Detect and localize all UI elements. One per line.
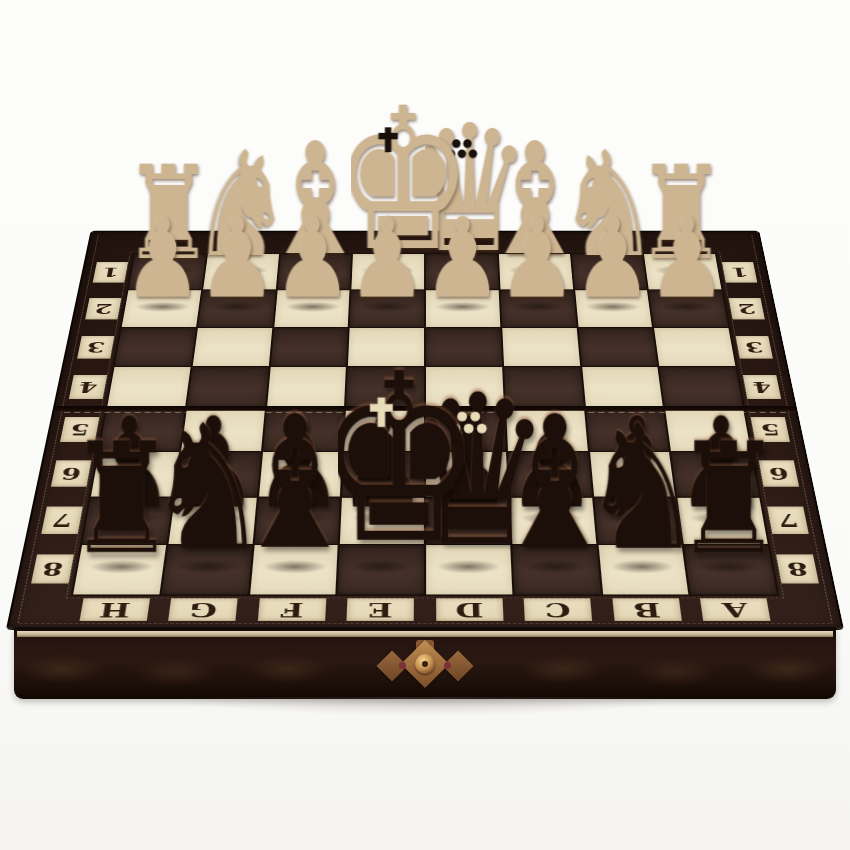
- square-h8: [73, 545, 166, 594]
- square-c8: [512, 545, 600, 594]
- square-f4: [267, 367, 347, 407]
- piece-shadow: [644, 264, 720, 278]
- piece-white-bishop-f1: ♝: [278, 60, 352, 272]
- square-c4: [504, 367, 584, 407]
- clasp-left-accent: [399, 662, 406, 669]
- clasp-right-accent: [444, 662, 451, 669]
- piece-black-rook-a8: ♜: [685, 318, 772, 569]
- piece-shadow: [425, 509, 510, 527]
- rank-label-right-7: 7: [767, 506, 809, 534]
- queen-glyph: ♛: [406, 102, 517, 277]
- square-h5: [99, 409, 184, 451]
- piece-shadow: [498, 264, 573, 278]
- square-c7: [510, 497, 596, 544]
- frame-inner-dashed-line: [66, 252, 785, 599]
- square-d4: [426, 367, 504, 407]
- square-a3: [654, 328, 735, 366]
- pawn-glyph: ♟: [150, 401, 278, 526]
- finial-ball: [469, 149, 477, 157]
- file-label-B: B: [612, 598, 681, 620]
- finial-ball: [446, 149, 454, 157]
- piece-black-pawn-b7: ♟: [594, 275, 679, 520]
- file-label-C: C: [524, 598, 592, 620]
- finial-row: [457, 412, 480, 422]
- piece-shadow: [509, 509, 595, 527]
- piece-shadow: [511, 557, 600, 576]
- finial-row: [452, 139, 471, 147]
- knight-glyph: ♞: [577, 404, 708, 576]
- rank-label-right-6: 6: [759, 461, 799, 487]
- piece-shadow: [85, 509, 173, 527]
- pawn-glyph: ♟: [65, 401, 193, 526]
- piece-white-queen-d1: ♛: [425, 60, 499, 272]
- square-e7: [340, 497, 424, 544]
- finial-row: [446, 149, 476, 157]
- piece-white-king-e1: ♚: [351, 60, 425, 272]
- square-g1: [203, 254, 279, 289]
- square-h2: [122, 290, 201, 327]
- piece-shadow: [338, 557, 426, 576]
- cross-shape: [378, 398, 386, 427]
- dark-cross-finial-icon: [385, 127, 391, 152]
- ground-shadow: [70, 697, 780, 723]
- square-d2: [426, 290, 500, 327]
- piece-black-bishop-c8: ♝: [512, 318, 599, 569]
- square-h1: [129, 254, 206, 289]
- piece-shadow: [204, 264, 279, 278]
- square-a5: [665, 409, 750, 451]
- king-glyph: ♚: [316, 344, 447, 576]
- rank-label-left-5: 5: [60, 417, 99, 442]
- king-glyph: ♚: [333, 82, 444, 278]
- piece-white-rook-h1: ♜: [131, 60, 205, 272]
- square-b6: [590, 452, 676, 496]
- rank-label-right-8: 8: [776, 555, 819, 584]
- bishop-glyph: ♝: [490, 393, 621, 576]
- piece-shadow: [255, 509, 341, 527]
- square-e1: [352, 254, 424, 289]
- square-h6: [91, 452, 179, 496]
- pawn-glyph: ♟: [631, 203, 744, 314]
- square-f2: [274, 290, 350, 327]
- rook-glyph: ♜: [113, 148, 224, 277]
- square-g7: [168, 497, 256, 544]
- piece-black-queen-d8: ♛: [425, 318, 512, 569]
- piece-shadow: [278, 264, 353, 278]
- piece-shadow: [425, 557, 513, 576]
- checkerboard-grid: [71, 253, 780, 595]
- square-d5: [426, 409, 506, 451]
- light-cross-finial-icon: [378, 398, 386, 427]
- piece-white-pawn-f2: ♟: [275, 92, 350, 309]
- file-label-D: D: [436, 598, 503, 620]
- rank-label-left-4: 4: [69, 375, 107, 399]
- finial-ball: [463, 424, 473, 434]
- finial-ball: [457, 412, 467, 422]
- square-h7: [82, 497, 172, 544]
- square-b2: [575, 290, 653, 327]
- pawn-glyph: ♟: [234, 401, 362, 526]
- chess-board: 1122334455667788HGFEDCBA ♜♞♝♛♚♝♞♜♟♟♟♟♟♟♟…: [8, 232, 841, 629]
- square-b8: [598, 545, 689, 594]
- piece-black-pawn-f7: ♟: [256, 275, 341, 520]
- piece-shadow: [351, 264, 425, 278]
- file-label-G: G: [168, 598, 237, 620]
- piece-shadow: [499, 300, 575, 314]
- finial-ball: [463, 139, 471, 147]
- piece-black-rook-h8: ♜: [77, 318, 164, 569]
- square-c1: [499, 254, 573, 289]
- square-a8: [684, 545, 777, 594]
- square-d3: [426, 328, 502, 366]
- piece-shadow: [677, 509, 765, 527]
- square-f7: [254, 497, 340, 544]
- pawn-glyph: ♟: [403, 401, 531, 526]
- piece-shadow: [684, 557, 774, 576]
- rank-label-left-8: 8: [31, 555, 74, 584]
- pawn-glyph: ♟: [256, 203, 369, 314]
- square-f8: [250, 545, 338, 594]
- chess-set-photo: 1122334455667788HGFEDCBA ♜♞♝♛♚♝♞♜♟♟♟♟♟♟♟…: [0, 0, 850, 850]
- cross-shape: [385, 127, 391, 152]
- piece-black-pawn-c7: ♟: [509, 275, 594, 520]
- square-c6: [508, 452, 592, 496]
- square-f1: [277, 254, 351, 289]
- square-b7: [594, 497, 682, 544]
- pawn-glyph: ♟: [106, 203, 219, 314]
- piece-black-king-e8: ♚: [338, 318, 425, 569]
- board-surface: 1122334455667788HGFEDCBA: [8, 232, 841, 629]
- piece-white-knight-g1: ♞: [205, 60, 279, 272]
- pawn-glyph: ♟: [488, 401, 616, 526]
- square-b4: [582, 367, 663, 407]
- file-label-F: F: [258, 598, 326, 620]
- piece-black-pawn-a7: ♟: [679, 275, 764, 520]
- rank-label-left-3: 3: [77, 336, 114, 359]
- piece-black-pawn-h7: ♟: [86, 275, 171, 520]
- square-h4: [107, 367, 190, 407]
- file-label-H: H: [79, 598, 149, 620]
- square-a6: [671, 452, 759, 496]
- piece-shadow: [170, 509, 257, 527]
- knight-glyph: ♞: [186, 132, 297, 277]
- fold-seam: [54, 406, 795, 411]
- bishop-glyph: ♝: [480, 123, 591, 277]
- piece-shadow: [130, 264, 206, 278]
- piece-black-knight-b8: ♞: [598, 318, 685, 569]
- rank-label-left-7: 7: [41, 506, 83, 534]
- box-front-face: [14, 627, 836, 699]
- pawn-glyph: ♟: [331, 203, 444, 314]
- square-e5: [344, 409, 424, 451]
- piece-shadow: [163, 557, 252, 576]
- pawn-glyph: ♟: [406, 203, 519, 314]
- square-d1: [426, 254, 498, 289]
- square-b3: [578, 328, 657, 366]
- square-g4: [187, 367, 268, 407]
- square-e4: [346, 367, 424, 407]
- knight-glyph: ♞: [553, 132, 664, 277]
- square-c5: [506, 409, 588, 451]
- rook-glyph: ♜: [56, 423, 187, 576]
- rank-label-right-1: 1: [722, 262, 757, 283]
- pawn-glyph: ♟: [657, 401, 785, 526]
- square-g5: [181, 409, 265, 451]
- frame-outer-dashed-line: [17, 235, 833, 624]
- square-g6: [175, 452, 261, 496]
- piece-black-bishop-f8: ♝: [251, 318, 338, 569]
- rank-label-right-5: 5: [751, 417, 790, 442]
- piece-white-pawn-e2: ♟: [350, 92, 425, 309]
- square-f6: [259, 452, 343, 496]
- piece-white-pawn-a2: ♟: [650, 92, 725, 309]
- clasp-knob-pin: [422, 661, 428, 667]
- square-h3: [115, 328, 196, 366]
- piece-shadow: [340, 509, 425, 527]
- rook-glyph: ♜: [663, 423, 794, 576]
- square-c3: [502, 328, 580, 366]
- finial-ball: [452, 139, 460, 147]
- piece-shadow: [76, 557, 166, 576]
- square-d7: [426, 497, 510, 544]
- piece-shadow: [425, 264, 499, 278]
- piece-black-pawn-e7: ♟: [340, 275, 425, 520]
- piece-shadow: [597, 557, 686, 576]
- light-ball-finials-icon: [450, 412, 486, 434]
- finial-ball: [477, 424, 487, 434]
- piece-white-knight-b1: ♞: [571, 60, 645, 272]
- square-g2: [198, 290, 276, 327]
- queen-glyph: ♛: [403, 368, 534, 575]
- finial-ball: [470, 412, 480, 422]
- square-d8: [426, 545, 512, 594]
- pawn-glyph: ♟: [573, 401, 701, 526]
- piece-shadow: [124, 300, 202, 314]
- fold-seam-stitch-line: [64, 412, 786, 413]
- rank-label-left-2: 2: [85, 298, 121, 320]
- square-g3: [192, 328, 271, 366]
- square-a1: [644, 254, 721, 289]
- bishop-glyph: ♝: [260, 123, 371, 277]
- piece-white-pawn-c2: ♟: [500, 92, 575, 309]
- square-f5: [263, 409, 345, 451]
- rank-label-left-1: 1: [93, 262, 128, 283]
- square-e3: [348, 328, 424, 366]
- pawn-glyph: ♟: [556, 203, 669, 314]
- front-trim-stripe: [17, 631, 833, 637]
- piece-white-pawn-b2: ♟: [575, 92, 650, 309]
- rank-label-left-6: 6: [51, 461, 91, 487]
- piece-white-pawn-g2: ♟: [200, 92, 275, 309]
- piece-white-bishop-c1: ♝: [498, 60, 572, 272]
- piece-white-pawn-h2: ♟: [125, 92, 200, 309]
- piece-shadow: [425, 300, 501, 314]
- piece-shadow: [593, 509, 680, 527]
- pawn-glyph: ♟: [319, 401, 447, 526]
- finial-ball: [458, 149, 466, 157]
- square-b5: [586, 409, 670, 451]
- square-d6: [426, 452, 508, 496]
- rank-label-right-2: 2: [729, 298, 765, 320]
- piece-shadow: [349, 300, 425, 314]
- dark-ball-finials-icon: [446, 139, 476, 157]
- piece-shadow: [274, 300, 350, 314]
- piece-shadow: [199, 300, 276, 314]
- piece-black-pawn-g7: ♟: [171, 275, 256, 520]
- piece-white-pawn-d2: ♟: [425, 92, 500, 309]
- rook-glyph: ♜: [626, 148, 737, 277]
- piece-shadow: [649, 300, 727, 314]
- file-label-A: A: [700, 598, 770, 620]
- file-label-E: E: [347, 598, 414, 620]
- finial-ball: [450, 424, 460, 434]
- piece-black-pawn-d7: ♟: [425, 275, 510, 520]
- square-e6: [342, 452, 424, 496]
- square-c2: [500, 290, 576, 327]
- finial-row: [450, 424, 486, 434]
- pawn-glyph: ♟: [481, 203, 594, 314]
- square-f3: [270, 328, 348, 366]
- piece-shadow: [574, 300, 651, 314]
- piece-black-knight-g8: ♞: [164, 318, 251, 569]
- square-a4: [660, 367, 743, 407]
- square-e2: [350, 290, 424, 327]
- rank-label-right-4: 4: [743, 375, 781, 399]
- square-e8: [338, 545, 424, 594]
- square-a2: [649, 290, 728, 327]
- square-a7: [678, 497, 768, 544]
- knight-glyph: ♞: [142, 404, 273, 576]
- square-b1: [571, 254, 647, 289]
- piece-shadow: [571, 264, 646, 278]
- square-g8: [161, 545, 252, 594]
- rank-label-right-3: 3: [736, 336, 773, 359]
- pawn-glyph: ♟: [181, 203, 294, 314]
- clasp-latch-icon: [365, 642, 485, 688]
- piece-shadow: [250, 557, 339, 576]
- bishop-glyph: ♝: [229, 393, 360, 576]
- piece-white-rook-a1: ♜: [645, 60, 719, 272]
